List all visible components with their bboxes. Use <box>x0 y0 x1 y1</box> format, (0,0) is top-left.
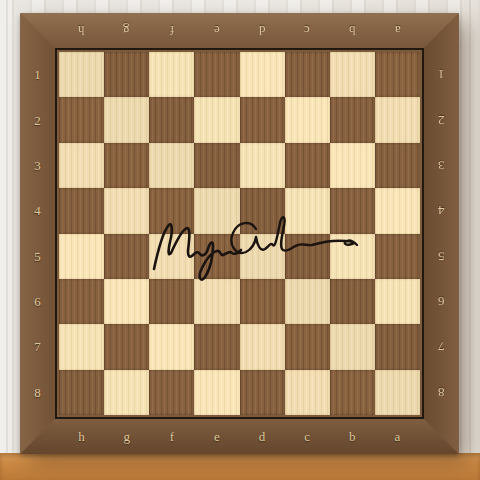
file-label-c: c <box>304 24 310 37</box>
file-label-h: h <box>78 24 85 37</box>
square-f5 <box>149 234 194 279</box>
rank-label-1: 1 <box>438 68 445 81</box>
table-surface <box>0 453 480 480</box>
rank-label-5: 5 <box>34 250 41 263</box>
wall-panel-seam <box>469 0 471 480</box>
square-d2 <box>240 97 285 142</box>
square-h2 <box>59 97 104 142</box>
square-f6 <box>149 279 194 324</box>
file-label-b: b <box>349 430 356 443</box>
square-a8 <box>375 370 420 415</box>
square-b3 <box>330 143 375 188</box>
square-b6 <box>330 279 375 324</box>
square-c7 <box>285 324 330 369</box>
square-d7 <box>240 324 285 369</box>
square-e4 <box>194 188 239 233</box>
square-c5 <box>285 234 330 279</box>
rank-labels-right: 12345678 <box>424 52 459 415</box>
square-g7 <box>104 324 149 369</box>
file-label-g: g <box>123 430 130 443</box>
square-c6 <box>285 279 330 324</box>
wall-panel-seam <box>6 0 8 480</box>
square-f8 <box>149 370 194 415</box>
square-a3 <box>375 143 420 188</box>
square-g8 <box>104 370 149 415</box>
square-e8 <box>194 370 239 415</box>
rank-label-3: 3 <box>34 159 41 172</box>
square-h8 <box>59 370 104 415</box>
rank-label-1: 1 <box>34 68 41 81</box>
square-b7 <box>330 324 375 369</box>
square-h6 <box>59 279 104 324</box>
square-c3 <box>285 143 330 188</box>
square-d8 <box>240 370 285 415</box>
file-label-g: g <box>123 24 130 37</box>
rank-label-4: 4 <box>438 204 445 217</box>
square-a7 <box>375 324 420 369</box>
photo-scene: hgfedcba hgfedcba 12345678 12345678 <box>0 0 480 480</box>
square-c4 <box>285 188 330 233</box>
rank-label-7: 7 <box>438 340 445 353</box>
square-d4 <box>240 188 285 233</box>
file-label-a: a <box>395 24 401 37</box>
square-f2 <box>149 97 194 142</box>
chess-board: hgfedcba hgfedcba 12345678 12345678 <box>20 13 459 454</box>
square-e2 <box>194 97 239 142</box>
square-b8 <box>330 370 375 415</box>
rank-label-2: 2 <box>438 114 445 127</box>
square-g3 <box>104 143 149 188</box>
square-f4 <box>149 188 194 233</box>
rank-label-8: 8 <box>438 386 445 399</box>
file-label-f: f <box>170 430 174 443</box>
square-h3 <box>59 143 104 188</box>
square-a4 <box>375 188 420 233</box>
rank-labels-left: 12345678 <box>20 52 55 415</box>
rank-label-5: 5 <box>438 250 445 263</box>
file-label-f: f <box>170 24 174 37</box>
square-h5 <box>59 234 104 279</box>
square-g1 <box>104 52 149 97</box>
square-a6 <box>375 279 420 324</box>
square-d3 <box>240 143 285 188</box>
rank-label-3: 3 <box>438 159 445 172</box>
square-f7 <box>149 324 194 369</box>
square-h7 <box>59 324 104 369</box>
square-d1 <box>240 52 285 97</box>
square-h1 <box>59 52 104 97</box>
square-c1 <box>285 52 330 97</box>
square-c8 <box>285 370 330 415</box>
square-e3 <box>194 143 239 188</box>
square-e7 <box>194 324 239 369</box>
square-a1 <box>375 52 420 97</box>
rank-label-4: 4 <box>34 204 41 217</box>
square-e6 <box>194 279 239 324</box>
file-label-d: d <box>259 430 266 443</box>
rank-label-6: 6 <box>438 295 445 308</box>
square-g2 <box>104 97 149 142</box>
rank-label-6: 6 <box>34 295 41 308</box>
square-g6 <box>104 279 149 324</box>
square-d5 <box>240 234 285 279</box>
square-g5 <box>104 234 149 279</box>
square-a2 <box>375 97 420 142</box>
file-labels-bottom: hgfedcba <box>59 419 420 454</box>
board-squares <box>59 52 420 415</box>
square-h4 <box>59 188 104 233</box>
rank-label-7: 7 <box>34 340 41 353</box>
square-a5 <box>375 234 420 279</box>
file-label-e: e <box>214 24 220 37</box>
file-label-h: h <box>78 430 85 443</box>
file-label-c: c <box>304 430 310 443</box>
square-d6 <box>240 279 285 324</box>
rank-label-2: 2 <box>34 114 41 127</box>
square-f1 <box>149 52 194 97</box>
square-b5 <box>330 234 375 279</box>
file-label-b: b <box>349 24 356 37</box>
square-e1 <box>194 52 239 97</box>
file-label-d: d <box>259 24 266 37</box>
rank-label-8: 8 <box>34 386 41 399</box>
square-b1 <box>330 52 375 97</box>
file-label-e: e <box>214 430 220 443</box>
file-labels-top: hgfedcba <box>59 13 420 48</box>
square-e5 <box>194 234 239 279</box>
square-c2 <box>285 97 330 142</box>
square-b2 <box>330 97 375 142</box>
square-b4 <box>330 188 375 233</box>
square-g4 <box>104 188 149 233</box>
square-f3 <box>149 143 194 188</box>
file-label-a: a <box>395 430 401 443</box>
